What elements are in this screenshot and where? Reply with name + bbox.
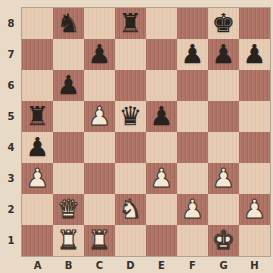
- square-h4[interactable]: [239, 132, 270, 163]
- square-d7[interactable]: [115, 39, 146, 70]
- chess-diagram: 87654321 ♞♜♚♟♟♟♟♟♜♟♛♟♟♟♟♟♛♞♟♟♜♜♚ ABCDEFG…: [0, 0, 273, 273]
- square-f2[interactable]: ♟: [177, 194, 208, 225]
- square-a6[interactable]: [22, 70, 53, 101]
- square-d1[interactable]: [115, 225, 146, 256]
- square-c4[interactable]: [84, 132, 115, 163]
- rank-label-2: 2: [0, 194, 22, 225]
- square-b6[interactable]: ♟: [53, 70, 84, 101]
- square-c6[interactable]: [84, 70, 115, 101]
- piece-black-pawn: ♟: [88, 39, 111, 70]
- piece-white-rook: ♜: [88, 225, 111, 256]
- square-e5[interactable]: ♟: [146, 101, 177, 132]
- square-c5[interactable]: ♟: [84, 101, 115, 132]
- piece-white-pawn: ♟: [243, 194, 266, 225]
- square-b3[interactable]: [53, 163, 84, 194]
- piece-black-queen: ♛: [119, 101, 142, 132]
- file-label-a: A: [22, 256, 53, 273]
- rank-label-8: 8: [0, 8, 22, 39]
- piece-black-knight: ♞: [57, 8, 80, 39]
- square-g8[interactable]: ♚: [208, 8, 239, 39]
- square-e2[interactable]: [146, 194, 177, 225]
- piece-black-pawn: ♟: [212, 39, 235, 70]
- square-c3[interactable]: [84, 163, 115, 194]
- square-g7[interactable]: ♟: [208, 39, 239, 70]
- rank-label-5: 5: [0, 101, 22, 132]
- square-a2[interactable]: [22, 194, 53, 225]
- square-c7[interactable]: ♟: [84, 39, 115, 70]
- piece-white-pawn: ♟: [88, 101, 111, 132]
- square-g3[interactable]: ♟: [208, 163, 239, 194]
- rank-label-1: 1: [0, 225, 22, 256]
- square-b2[interactable]: ♛: [53, 194, 84, 225]
- square-d3[interactable]: [115, 163, 146, 194]
- square-f3[interactable]: [177, 163, 208, 194]
- square-b8[interactable]: ♞: [53, 8, 84, 39]
- square-f5[interactable]: [177, 101, 208, 132]
- file-label-g: G: [208, 256, 239, 273]
- piece-black-pawn: ♟: [57, 70, 80, 101]
- square-a3[interactable]: ♟: [22, 163, 53, 194]
- square-g1[interactable]: ♚: [208, 225, 239, 256]
- square-d5[interactable]: ♛: [115, 101, 146, 132]
- file-label-d: D: [115, 256, 146, 273]
- square-e7[interactable]: [146, 39, 177, 70]
- square-h3[interactable]: [239, 163, 270, 194]
- square-g4[interactable]: [208, 132, 239, 163]
- square-c8[interactable]: [84, 8, 115, 39]
- square-h2[interactable]: ♟: [239, 194, 270, 225]
- piece-black-rook: ♜: [26, 101, 49, 132]
- piece-white-knight: ♞: [119, 194, 142, 225]
- file-label-b: B: [53, 256, 84, 273]
- square-f1[interactable]: [177, 225, 208, 256]
- square-g5[interactable]: [208, 101, 239, 132]
- piece-white-queen: ♛: [57, 194, 80, 225]
- square-d6[interactable]: [115, 70, 146, 101]
- square-e3[interactable]: ♟: [146, 163, 177, 194]
- square-f7[interactable]: ♟: [177, 39, 208, 70]
- rank-labels: 87654321: [0, 8, 22, 256]
- piece-black-pawn: ♟: [26, 132, 49, 163]
- square-b4[interactable]: [53, 132, 84, 163]
- rank-label-7: 7: [0, 39, 22, 70]
- square-d4[interactable]: [115, 132, 146, 163]
- square-e8[interactable]: [146, 8, 177, 39]
- square-h1[interactable]: [239, 225, 270, 256]
- piece-white-pawn: ♟: [150, 163, 173, 194]
- square-b5[interactable]: [53, 101, 84, 132]
- board-grid: ♞♜♚♟♟♟♟♟♜♟♛♟♟♟♟♟♛♞♟♟♜♜♚: [22, 8, 270, 256]
- piece-white-king: ♚: [212, 225, 235, 256]
- square-f4[interactable]: [177, 132, 208, 163]
- square-e1[interactable]: [146, 225, 177, 256]
- file-label-e: E: [146, 256, 177, 273]
- square-c2[interactable]: [84, 194, 115, 225]
- square-g6[interactable]: [208, 70, 239, 101]
- rank-label-6: 6: [0, 70, 22, 101]
- square-a5[interactable]: ♜: [22, 101, 53, 132]
- file-label-f: F: [177, 256, 208, 273]
- square-c1[interactable]: ♜: [84, 225, 115, 256]
- square-d8[interactable]: ♜: [115, 8, 146, 39]
- square-f8[interactable]: [177, 8, 208, 39]
- square-a8[interactable]: [22, 8, 53, 39]
- rank-label-3: 3: [0, 163, 22, 194]
- piece-black-pawn: ♟: [181, 39, 204, 70]
- square-h7[interactable]: ♟: [239, 39, 270, 70]
- square-d2[interactable]: ♞: [115, 194, 146, 225]
- square-g2[interactable]: [208, 194, 239, 225]
- square-a1[interactable]: [22, 225, 53, 256]
- file-labels: ABCDEFGH: [22, 256, 270, 273]
- piece-white-pawn: ♟: [212, 163, 235, 194]
- square-h5[interactable]: [239, 101, 270, 132]
- piece-black-pawn: ♟: [150, 101, 173, 132]
- square-h8[interactable]: [239, 8, 270, 39]
- piece-white-rook: ♜: [57, 225, 80, 256]
- square-b1[interactable]: ♜: [53, 225, 84, 256]
- square-e6[interactable]: [146, 70, 177, 101]
- piece-white-pawn: ♟: [181, 194, 204, 225]
- square-f6[interactable]: [177, 70, 208, 101]
- square-e4[interactable]: [146, 132, 177, 163]
- file-label-c: C: [84, 256, 115, 273]
- piece-black-rook: ♜: [119, 8, 142, 39]
- piece-black-pawn: ♟: [243, 39, 266, 70]
- piece-white-pawn: ♟: [26, 163, 49, 194]
- square-a4[interactable]: ♟: [22, 132, 53, 163]
- file-label-h: H: [239, 256, 270, 273]
- square-a7[interactable]: [22, 39, 53, 70]
- piece-black-king: ♚: [212, 8, 235, 39]
- square-b7[interactable]: [53, 39, 84, 70]
- square-h6[interactable]: [239, 70, 270, 101]
- rank-label-4: 4: [0, 132, 22, 163]
